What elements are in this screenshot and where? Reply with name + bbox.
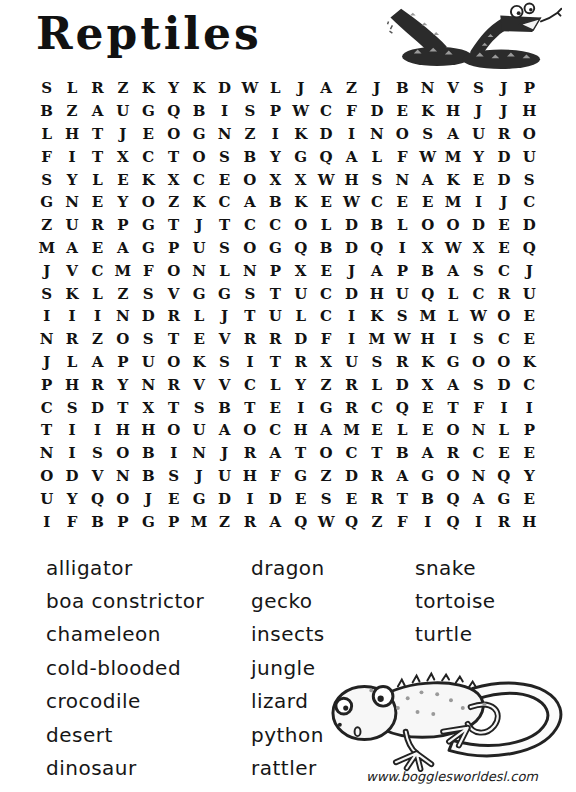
grid-cell-r4c10[interactable]: Y [263,145,288,168]
grid-cell-r10c7[interactable]: G [186,282,211,305]
grid-cell-r3c11[interactable]: K [288,123,313,146]
grid-cell-r13c14[interactable]: S [364,351,389,374]
grid-cell-r18c9[interactable]: H [237,465,262,488]
grid-cell-r7c3[interactable]: R [85,214,110,237]
grid-cell-r1c14[interactable]: J [364,77,389,100]
grid-cell-r17c3[interactable]: S [85,442,110,465]
grid-cell-r8c12[interactable]: B [313,237,338,260]
grid-cell-r12c7[interactable]: E [186,328,211,351]
grid-cell-r2c5[interactable]: G [136,100,161,123]
grid-cell-r19c19[interactable]: G [491,487,516,510]
grid-cell-r12c20[interactable]: E [517,328,542,351]
grid-cell-r1c11[interactable]: J [288,77,313,100]
grid-cell-r11c13[interactable]: I [339,305,364,328]
grid-cell-r18c12[interactable]: Z [313,465,338,488]
grid-cell-r20c8[interactable]: Z [212,510,237,533]
grid-cell-r19c7[interactable]: G [186,487,211,510]
grid-cell-r2c16[interactable]: K [415,100,440,123]
grid-cell-r9c12[interactable]: E [313,259,338,282]
grid-cell-r16c6[interactable]: O [161,419,186,442]
grid-cell-r9c5[interactable]: F [136,259,161,282]
grid-cell-r5c2[interactable]: Y [59,168,84,191]
grid-cell-r2c9[interactable]: S [237,100,262,123]
grid-cell-r17c1[interactable]: N [34,442,59,465]
grid-cell-r2c2[interactable]: Z [59,100,84,123]
grid-cell-r15c2[interactable]: S [59,396,84,419]
grid-cell-r6c7[interactable]: K [186,191,211,214]
grid-cell-r11c6[interactable]: R [161,305,186,328]
grid-cell-r1c6[interactable]: Y [161,77,186,100]
grid-cell-r8c7[interactable]: U [186,237,211,260]
grid-cell-r3c9[interactable]: Z [237,123,262,146]
grid-cell-r4c11[interactable]: G [288,145,313,168]
grid-cell-r13c18[interactable]: O [466,351,491,374]
grid-cell-r16c4[interactable]: H [110,419,135,442]
grid-cell-r3c6[interactable]: O [161,123,186,146]
word-item-cold-blooded[interactable]: cold-blooded [46,651,204,684]
grid-cell-r18c6[interactable]: S [161,465,186,488]
grid-cell-r7c5[interactable]: G [136,214,161,237]
grid-cell-r7c6[interactable]: T [161,214,186,237]
grid-cell-r13c7[interactable]: K [186,351,211,374]
grid-cell-r10c12[interactable]: C [313,282,338,305]
grid-cell-r3c16[interactable]: S [415,123,440,146]
grid-cell-r19c6[interactable]: E [161,487,186,510]
grid-cell-r7c12[interactable]: L [313,214,338,237]
grid-cell-r11c9[interactable]: T [237,305,262,328]
grid-cell-r8c17[interactable]: W [440,237,465,260]
grid-cell-r12c15[interactable]: W [390,328,415,351]
grid-cell-r11c18[interactable]: W [466,305,491,328]
grid-cell-r18c11[interactable]: G [288,465,313,488]
grid-cell-r8c18[interactable]: X [466,237,491,260]
grid-cell-r18c17[interactable]: O [440,465,465,488]
grid-cell-r20c10[interactable]: A [263,510,288,533]
grid-cell-r11c4[interactable]: N [110,305,135,328]
grid-cell-r5c19[interactable]: D [491,168,516,191]
grid-cell-r13c15[interactable]: R [390,351,415,374]
grid-cell-r9c1[interactable]: J [34,259,59,282]
grid-cell-r12c18[interactable]: S [466,328,491,351]
grid-cell-r2c12[interactable]: C [313,100,338,123]
grid-cell-r9c16[interactable]: B [415,259,440,282]
grid-cell-r6c11[interactable]: K [288,191,313,214]
grid-cell-r14c2[interactable]: H [59,373,84,396]
word-item-crocodile[interactable]: crocodile [46,685,204,718]
grid-cell-r17c10[interactable]: A [263,442,288,465]
grid-cell-r4c6[interactable]: T [161,145,186,168]
grid-cell-r13c2[interactable]: L [59,351,84,374]
grid-cell-r5c18[interactable]: E [466,168,491,191]
grid-cell-r14c17[interactable]: A [440,373,465,396]
grid-cell-r10c14[interactable]: H [364,282,389,305]
word-item-desert[interactable]: desert [46,718,204,751]
grid-cell-r13c10[interactable]: T [263,351,288,374]
word-item-turtle[interactable]: turtle [415,618,496,651]
grid-cell-r2c3[interactable]: A [85,100,110,123]
grid-cell-r8c11[interactable]: Q [288,237,313,260]
grid-cell-r20c2[interactable]: F [59,510,84,533]
grid-cell-r3c7[interactable]: G [186,123,211,146]
grid-cell-r5c11[interactable]: X [288,168,313,191]
grid-cell-r6c10[interactable]: B [263,191,288,214]
grid-cell-r19c17[interactable]: Q [440,487,465,510]
grid-cell-r15c4[interactable]: T [110,396,135,419]
grid-cell-r17c6[interactable]: I [161,442,186,465]
grid-cell-r5c10[interactable]: X [263,168,288,191]
word-item-gecko[interactable]: gecko [251,584,325,617]
grid-cell-r12c10[interactable]: R [263,328,288,351]
grid-cell-r14c1[interactable]: P [34,373,59,396]
grid-cell-r17c13[interactable]: C [339,442,364,465]
grid-cell-r14c7[interactable]: V [186,373,211,396]
grid-cell-r16c1[interactable]: T [34,419,59,442]
grid-cell-r5c17[interactable]: K [440,168,465,191]
grid-cell-r16c2[interactable]: I [59,419,84,442]
grid-cell-r2c20[interactable]: H [517,100,542,123]
grid-cell-r12c9[interactable]: R [237,328,262,351]
grid-cell-r4c14[interactable]: L [364,145,389,168]
grid-cell-r1c4[interactable]: Z [110,77,135,100]
grid-cell-r3c14[interactable]: N [364,123,389,146]
grid-cell-r1c3[interactable]: R [85,77,110,100]
word-item-rattler[interactable]: rattler [251,751,325,784]
word-item-lizard[interactable]: lizard [251,685,325,718]
grid-cell-r12c16[interactable]: H [415,328,440,351]
grid-cell-r11c10[interactable]: U [263,305,288,328]
grid-cell-r11c17[interactable]: L [440,305,465,328]
grid-cell-r12c8[interactable]: V [212,328,237,351]
grid-cell-r16c7[interactable]: U [186,419,211,442]
grid-cell-r15c15[interactable]: Q [390,396,415,419]
grid-cell-r9c10[interactable]: P [263,259,288,282]
grid-cell-r9c18[interactable]: S [466,259,491,282]
grid-cell-r9c11[interactable]: X [288,259,313,282]
grid-cell-r19c3[interactable]: Q [85,487,110,510]
word-item-dragon[interactable]: dragon [251,551,325,584]
grid-cell-r14c16[interactable]: X [415,373,440,396]
grid-cell-r18c3[interactable]: V [85,465,110,488]
grid-cell-r1c8[interactable]: D [212,77,237,100]
grid-cell-r1c19[interactable]: J [491,77,516,100]
grid-cell-r14c19[interactable]: D [491,373,516,396]
grid-cell-r4c8[interactable]: S [212,145,237,168]
grid-cell-r18c10[interactable]: F [263,465,288,488]
grid-cell-r17c16[interactable]: A [415,442,440,465]
grid-cell-r10c10[interactable]: T [263,282,288,305]
grid-cell-r14c14[interactable]: L [364,373,389,396]
grid-cell-r8c16[interactable]: X [415,237,440,260]
grid-cell-r18c4[interactable]: N [110,465,135,488]
grid-cell-r14c15[interactable]: D [390,373,415,396]
grid-cell-r12c4[interactable]: O [110,328,135,351]
grid-cell-r9c20[interactable]: J [517,259,542,282]
grid-cell-r11c5[interactable]: D [136,305,161,328]
grid-cell-r18c15[interactable]: A [390,465,415,488]
grid-cell-r15c3[interactable]: D [85,396,110,419]
grid-cell-r14c3[interactable]: R [85,373,110,396]
grid-cell-r7c20[interactable]: D [517,214,542,237]
grid-cell-r9c8[interactable]: L [212,259,237,282]
grid-cell-r13c16[interactable]: K [415,351,440,374]
grid-cell-r2c19[interactable]: J [491,100,516,123]
grid-cell-r4c2[interactable]: I [59,145,84,168]
grid-cell-r11c11[interactable]: L [288,305,313,328]
grid-cell-r11c3[interactable]: I [85,305,110,328]
grid-cell-r16c8[interactable]: A [212,419,237,442]
grid-cell-r4c1[interactable]: F [34,145,59,168]
grid-cell-r3c19[interactable]: R [491,123,516,146]
grid-cell-r7c18[interactable]: D [466,214,491,237]
grid-cell-r3c12[interactable]: D [313,123,338,146]
grid-cell-r1c9[interactable]: W [237,77,262,100]
grid-cell-r20c7[interactable]: M [186,510,211,533]
grid-cell-r12c14[interactable]: M [364,328,389,351]
grid-cell-r17c19[interactable]: E [491,442,516,465]
grid-cell-r10c9[interactable]: S [237,282,262,305]
grid-cell-r4c19[interactable]: D [491,145,516,168]
grid-cell-r20c12[interactable]: W [313,510,338,533]
grid-cell-r19c13[interactable]: E [339,487,364,510]
grid-cell-r15c9[interactable]: T [237,396,262,419]
grid-cell-r20c16[interactable]: I [415,510,440,533]
grid-cell-r7c19[interactable]: E [491,214,516,237]
grid-cell-r7c8[interactable]: T [212,214,237,237]
grid-cell-r12c19[interactable]: C [491,328,516,351]
grid-cell-r11c15[interactable]: S [390,305,415,328]
grid-cell-r15c19[interactable]: I [491,396,516,419]
grid-cell-r10c19[interactable]: R [491,282,516,305]
grid-cell-r19c12[interactable]: S [313,487,338,510]
grid-cell-r10c15[interactable]: U [390,282,415,305]
grid-cell-r19c11[interactable]: E [288,487,313,510]
grid-cell-r20c20[interactable]: H [517,510,542,533]
grid-cell-r14c11[interactable]: Y [288,373,313,396]
grid-cell-r15c5[interactable]: X [136,396,161,419]
grid-cell-r13c13[interactable]: U [339,351,364,374]
grid-cell-r1c13[interactable]: Z [339,77,364,100]
grid-cell-r11c1[interactable]: I [34,305,59,328]
grid-cell-r5c20[interactable]: S [517,168,542,191]
grid-cell-r4c4[interactable]: X [110,145,135,168]
grid-cell-r5c5[interactable]: K [136,168,161,191]
grid-cell-r9c2[interactable]: V [59,259,84,282]
grid-cell-r8c15[interactable]: I [390,237,415,260]
grid-cell-r6c9[interactable]: A [237,191,262,214]
grid-cell-r14c4[interactable]: Y [110,373,135,396]
grid-cell-r4c18[interactable]: Y [466,145,491,168]
grid-cell-r17c9[interactable]: R [237,442,262,465]
grid-cell-r4c16[interactable]: W [415,145,440,168]
grid-cell-r10c20[interactable]: U [517,282,542,305]
grid-cell-r5c13[interactable]: H [339,168,364,191]
grid-cell-r16c5[interactable]: H [136,419,161,442]
grid-cell-r5c3[interactable]: L [85,168,110,191]
word-item-chameleon[interactable]: chameleon [46,618,204,651]
grid-cell-r6c5[interactable]: O [136,191,161,214]
grid-cell-r9c13[interactable]: J [339,259,364,282]
grid-cell-r8c6[interactable]: P [161,237,186,260]
grid-cell-r1c15[interactable]: B [390,77,415,100]
grid-cell-r12c17[interactable]: I [440,328,465,351]
grid-cell-r15c18[interactable]: F [466,396,491,419]
grid-cell-r14c13[interactable]: R [339,373,364,396]
grid-cell-r1c20[interactable]: P [517,77,542,100]
grid-cell-r18c2[interactable]: D [59,465,84,488]
grid-cell-r5c14[interactable]: S [364,168,389,191]
grid-cell-r9c15[interactable]: P [390,259,415,282]
grid-cell-r14c5[interactable]: N [136,373,161,396]
grid-cell-r16c19[interactable]: L [491,419,516,442]
grid-cell-r18c13[interactable]: D [339,465,364,488]
grid-cell-r15c17[interactable]: T [440,396,465,419]
grid-cell-r15c13[interactable]: R [339,396,364,419]
grid-cell-r2c10[interactable]: P [263,100,288,123]
grid-cell-r2c4[interactable]: U [110,100,135,123]
grid-cell-r6c3[interactable]: E [85,191,110,214]
grid-cell-r19c5[interactable]: J [136,487,161,510]
grid-cell-r20c3[interactable]: B [85,510,110,533]
grid-cell-r6c13[interactable]: W [339,191,364,214]
grid-cell-r7c11[interactable]: O [288,214,313,237]
grid-cell-r14c9[interactable]: C [237,373,262,396]
grid-cell-r2c6[interactable]: Q [161,100,186,123]
grid-cell-r3c4[interactable]: J [110,123,135,146]
word-item-insects[interactable]: insects [251,618,325,651]
grid-cell-r6c2[interactable]: N [59,191,84,214]
grid-cell-r6c4[interactable]: Y [110,191,135,214]
grid-cell-r11c14[interactable]: K [364,305,389,328]
grid-cell-r1c1[interactable]: S [34,77,59,100]
grid-cell-r1c18[interactable]: S [466,77,491,100]
word-item-python[interactable]: python [251,718,325,751]
grid-cell-r3c5[interactable]: E [136,123,161,146]
grid-cell-r6c6[interactable]: Z [161,191,186,214]
grid-cell-r19c2[interactable]: Y [59,487,84,510]
grid-cell-r10c13[interactable]: D [339,282,364,305]
grid-cell-r16c17[interactable]: O [440,419,465,442]
grid-cell-r3c2[interactable]: H [59,123,84,146]
grid-cell-r1c10[interactable]: L [263,77,288,100]
grid-cell-r17c11[interactable]: T [288,442,313,465]
grid-cell-r3c8[interactable]: N [212,123,237,146]
grid-cell-r20c13[interactable]: Q [339,510,364,533]
grid-cell-r7c10[interactable]: C [263,214,288,237]
grid-cell-r2c14[interactable]: D [364,100,389,123]
grid-cell-r17c18[interactable]: C [466,442,491,465]
grid-cell-r13c9[interactable]: I [237,351,262,374]
grid-cell-r19c9[interactable]: I [237,487,262,510]
grid-cell-r11c16[interactable]: M [415,305,440,328]
grid-cell-r15c11[interactable]: I [288,396,313,419]
grid-cell-r2c1[interactable]: B [34,100,59,123]
grid-cell-r13c11[interactable]: R [288,351,313,374]
grid-cell-r16c15[interactable]: L [390,419,415,442]
grid-cell-r8c2[interactable]: A [59,237,84,260]
grid-cell-r13c1[interactable]: J [34,351,59,374]
grid-cell-r7c15[interactable]: L [390,214,415,237]
word-item-snake[interactable]: snake [415,551,496,584]
grid-cell-r13c8[interactable]: S [212,351,237,374]
grid-cell-r6c15[interactable]: E [390,191,415,214]
grid-cell-r20c4[interactable]: P [110,510,135,533]
grid-cell-r15c7[interactable]: S [186,396,211,419]
grid-cell-r12c3[interactable]: Z [85,328,110,351]
grid-cell-r5c7[interactable]: C [186,168,211,191]
grid-cell-r20c18[interactable]: I [466,510,491,533]
grid-cell-r2c13[interactable]: F [339,100,364,123]
word-item-alligator[interactable]: alligator [46,551,204,584]
grid-cell-r12c5[interactable]: S [136,328,161,351]
grid-cell-r15c12[interactable]: G [313,396,338,419]
grid-cell-r17c17[interactable]: R [440,442,465,465]
grid-cell-r13c3[interactable]: A [85,351,110,374]
grid-cell-r16c3[interactable]: I [85,419,110,442]
grid-cell-r15c6[interactable]: T [161,396,186,419]
grid-cell-r16c16[interactable]: E [415,419,440,442]
grid-cell-r1c7[interactable]: K [186,77,211,100]
grid-cell-r12c2[interactable]: R [59,328,84,351]
grid-cell-r12c11[interactable]: D [288,328,313,351]
grid-cell-r4c17[interactable]: M [440,145,465,168]
grid-cell-r11c7[interactable]: L [186,305,211,328]
word-item-boa-constrictor[interactable]: boa constrictor [46,584,204,617]
grid-cell-r4c20[interactable]: U [517,145,542,168]
grid-cell-r17c5[interactable]: B [136,442,161,465]
grid-cell-r19c8[interactable]: D [212,487,237,510]
grid-cell-r7c4[interactable]: P [110,214,135,237]
grid-cell-r17c2[interactable]: I [59,442,84,465]
grid-cell-r11c19[interactable]: O [491,305,516,328]
grid-cell-r3c13[interactable]: I [339,123,364,146]
grid-cell-r3c10[interactable]: I [263,123,288,146]
grid-cell-r4c7[interactable]: O [186,145,211,168]
grid-cell-r19c15[interactable]: T [390,487,415,510]
grid-cell-r6c16[interactable]: E [415,191,440,214]
grid-cell-r15c20[interactable]: I [517,396,542,419]
grid-cell-r17c7[interactable]: N [186,442,211,465]
grid-cell-r8c10[interactable]: G [263,237,288,260]
grid-cell-r13c6[interactable]: O [161,351,186,374]
grid-cell-r17c8[interactable]: J [212,442,237,465]
grid-cell-r8c8[interactable]: S [212,237,237,260]
grid-cell-r16c13[interactable]: M [339,419,364,442]
grid-cell-r15c10[interactable]: E [263,396,288,419]
grid-cell-r8c5[interactable]: G [136,237,161,260]
grid-cell-r8c19[interactable]: E [491,237,516,260]
grid-cell-r17c15[interactable]: B [390,442,415,465]
grid-cell-r6c20[interactable]: C [517,191,542,214]
grid-cell-r5c4[interactable]: E [110,168,135,191]
grid-cell-r9c14[interactable]: A [364,259,389,282]
grid-cell-r4c9[interactable]: B [237,145,262,168]
grid-cell-r15c8[interactable]: B [212,396,237,419]
grid-cell-r1c12[interactable]: A [313,77,338,100]
grid-cell-r2c11[interactable]: W [288,100,313,123]
grid-cell-r4c5[interactable]: C [136,145,161,168]
grid-cell-r10c3[interactable]: L [85,282,110,305]
grid-cell-r8c3[interactable]: E [85,237,110,260]
grid-cell-r12c1[interactable]: N [34,328,59,351]
grid-cell-r14c6[interactable]: R [161,373,186,396]
grid-cell-r7c7[interactable]: J [186,214,211,237]
grid-cell-r19c20[interactable]: E [517,487,542,510]
grid-cell-r20c1[interactable]: I [34,510,59,533]
grid-cell-r1c2[interactable]: L [59,77,84,100]
grid-cell-r10c5[interactable]: S [136,282,161,305]
word-item-jungle[interactable]: jungle [251,651,325,684]
grid-cell-r19c10[interactable]: D [263,487,288,510]
